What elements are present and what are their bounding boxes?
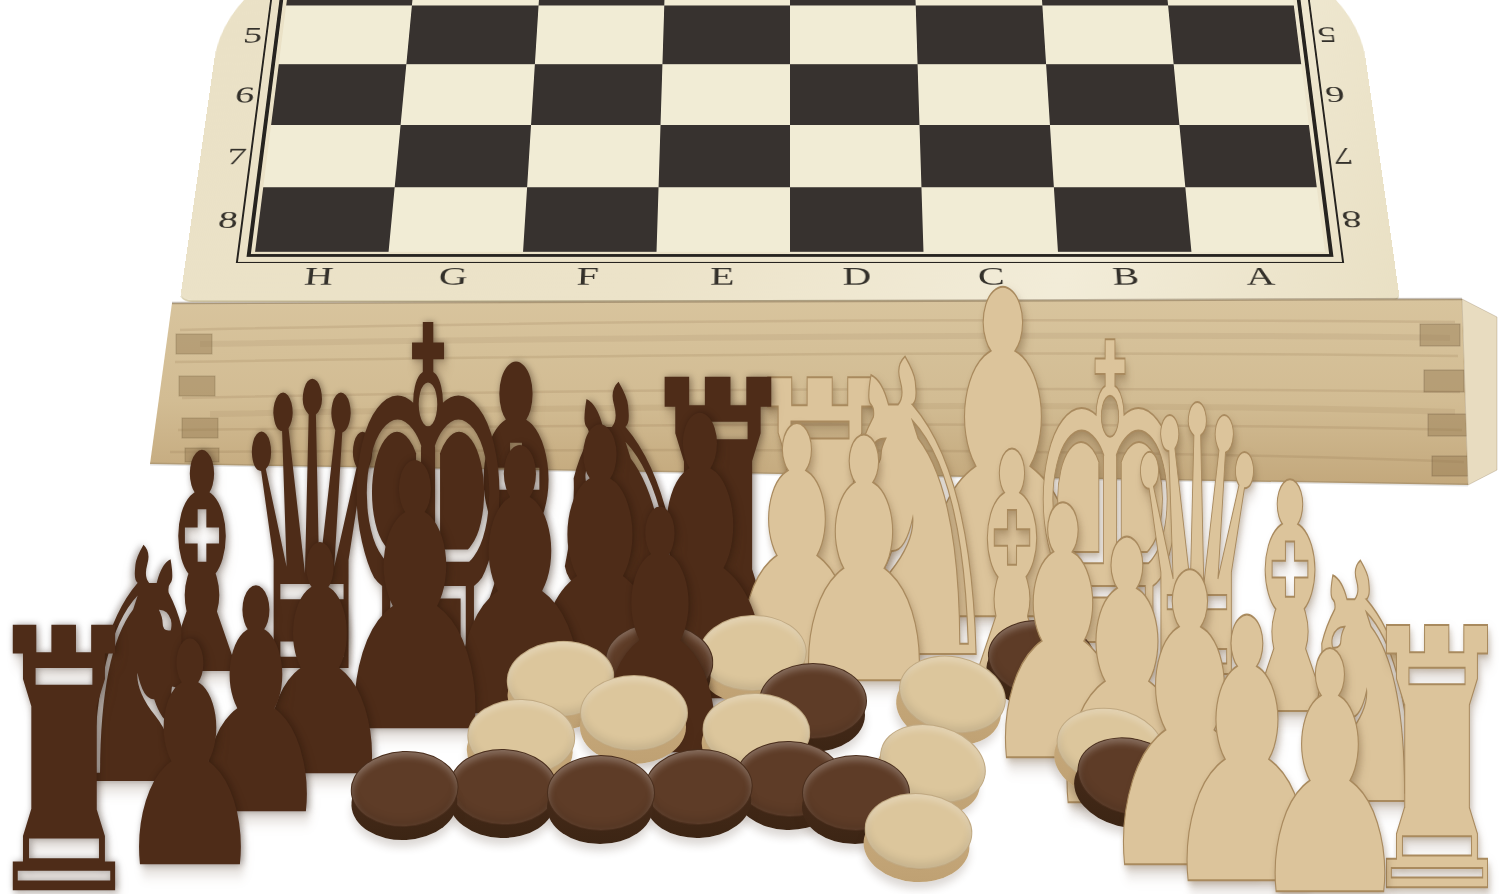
checker-disc-top (547, 755, 655, 831)
box-right-end-cap (1462, 299, 1497, 485)
piece-light-pawn: ♟ (1248, 610, 1412, 894)
checker-disc-dark (643, 747, 752, 841)
chess-set-product-photo: HGFEDCBA55667788 (0, 0, 1500, 894)
checker-disc-dark (447, 747, 556, 841)
checker-disc-dark (547, 755, 653, 845)
checker-disc-top (580, 675, 688, 751)
piece-dark-rook: ♜ (0, 583, 146, 894)
checker-disc-light (861, 789, 973, 886)
checker-disc-dark (349, 748, 460, 843)
